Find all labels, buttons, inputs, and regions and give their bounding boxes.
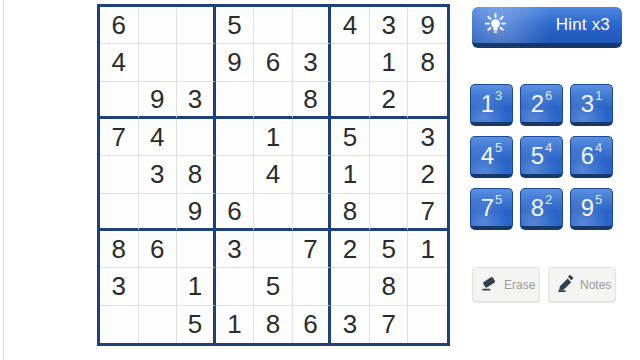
cell-r9c6[interactable]: 6 [293, 306, 332, 343]
notes-button[interactable]: Notes [548, 267, 616, 302]
hint-button[interactable]: Hint x3 [472, 7, 622, 48]
erase-button[interactable]: Erase [472, 267, 540, 302]
cell-r1c8[interactable]: 3 [370, 7, 409, 44]
cell-r2c5[interactable]: 6 [254, 44, 293, 81]
numpad-button-8[interactable]: 82 [520, 188, 563, 230]
numpad-digit: 8 [531, 196, 544, 220]
numpad-button-5[interactable]: 54 [520, 136, 563, 178]
numpad-remaining-count: 5 [595, 193, 602, 206]
cell-r5c3[interactable]: 8 [177, 156, 216, 193]
cell-r8c6[interactable] [293, 268, 332, 305]
cell-r6c9[interactable]: 7 [408, 194, 447, 231]
cell-r9c3[interactable]: 5 [177, 306, 216, 343]
cell-r4c6[interactable] [293, 119, 332, 156]
cell-r5c9[interactable]: 2 [408, 156, 447, 193]
numpad-button-1[interactable]: 13 [470, 84, 513, 126]
tool-buttons: Erase Notes [472, 267, 616, 302]
cell-r3c4[interactable] [216, 82, 255, 119]
cell-r3c3[interactable]: 3 [177, 82, 216, 119]
cell-r7c2[interactable]: 6 [139, 231, 178, 268]
numpad-digit: 9 [581, 196, 594, 220]
cell-r2c2[interactable] [139, 44, 178, 81]
pencil-icon [556, 275, 575, 294]
cell-r2c8[interactable]: 1 [370, 44, 409, 81]
numpad-button-2[interactable]: 26 [520, 84, 563, 126]
sudoku-board: 6543949631893827415338412968786372513158… [97, 4, 450, 346]
numpad-button-3[interactable]: 31 [570, 84, 613, 126]
cell-r6c2[interactable] [139, 194, 178, 231]
numpad-remaining-count: 2 [545, 193, 552, 206]
cell-r6c1[interactable] [100, 194, 139, 231]
cell-r5c4[interactable] [216, 156, 255, 193]
cell-r7c5[interactable] [254, 231, 293, 268]
cell-r7c8[interactable]: 5 [370, 231, 409, 268]
cell-r2c1[interactable]: 4 [100, 44, 139, 81]
cell-r5c6[interactable] [293, 156, 332, 193]
cell-r7c7[interactable]: 2 [331, 231, 370, 268]
cell-r3c5[interactable] [254, 82, 293, 119]
eraser-icon [480, 275, 499, 294]
numpad-digit: 1 [481, 92, 494, 116]
numpad-digit: 5 [531, 144, 544, 168]
cell-r7c6[interactable]: 7 [293, 231, 332, 268]
cell-r9c7[interactable]: 3 [331, 306, 370, 343]
cell-r6c4[interactable]: 6 [216, 194, 255, 231]
numpad-button-4[interactable]: 45 [470, 136, 513, 178]
numpad-button-7[interactable]: 75 [470, 188, 513, 230]
cell-r4c5[interactable]: 1 [254, 119, 293, 156]
cell-r2c4[interactable]: 9 [216, 44, 255, 81]
cell-r8c3[interactable]: 1 [177, 268, 216, 305]
numpad-digit: 7 [481, 196, 494, 220]
cell-r5c1[interactable] [100, 156, 139, 193]
hint-label: Hint x3 [556, 15, 610, 35]
cell-r6c3[interactable]: 9 [177, 194, 216, 231]
window-edge-line [3, 0, 4, 360]
numpad-button-9[interactable]: 95 [570, 188, 613, 230]
cell-r8c8[interactable]: 8 [370, 268, 409, 305]
numpad-digit: 3 [581, 92, 594, 116]
numpad: 13 26 31 45 54 64 75 82 95 [470, 84, 613, 230]
cell-r5c7[interactable]: 1 [331, 156, 370, 193]
cell-r9c8[interactable]: 7 [370, 306, 409, 343]
cell-r8c5[interactable]: 5 [254, 268, 293, 305]
numpad-button-6[interactable]: 64 [570, 136, 613, 178]
cell-r9c4[interactable]: 1 [216, 306, 255, 343]
cell-r1c7[interactable]: 4 [331, 7, 370, 44]
cell-r3c2[interactable]: 9 [139, 82, 178, 119]
cell-r4c2[interactable]: 4 [139, 119, 178, 156]
cell-r3c6[interactable]: 8 [293, 82, 332, 119]
numpad-remaining-count: 6 [545, 89, 552, 102]
cell-r7c3[interactable] [177, 231, 216, 268]
cell-r1c1[interactable]: 6 [100, 7, 139, 44]
cell-r5c5[interactable]: 4 [254, 156, 293, 193]
lightbulb-icon [484, 13, 507, 38]
numpad-digit: 2 [531, 92, 544, 116]
cell-r2c7[interactable] [331, 44, 370, 81]
cell-r5c2[interactable]: 3 [139, 156, 178, 193]
cell-r6c5[interactable] [254, 194, 293, 231]
numpad-remaining-count: 4 [545, 141, 552, 154]
cell-r5c8[interactable] [370, 156, 409, 193]
cell-r3c9[interactable] [408, 82, 447, 119]
cell-r4c1[interactable]: 7 [100, 119, 139, 156]
cell-r8c7[interactable] [331, 268, 370, 305]
cell-r8c9[interactable] [408, 268, 447, 305]
cell-r2c3[interactable] [177, 44, 216, 81]
cell-r8c4[interactable] [216, 268, 255, 305]
cell-r1c4[interactable]: 5 [216, 7, 255, 44]
numpad-remaining-count: 4 [595, 141, 602, 154]
cell-r1c5[interactable] [254, 7, 293, 44]
numpad-remaining-count: 1 [595, 89, 602, 102]
cell-r7c1[interactable]: 8 [100, 231, 139, 268]
cell-r8c1[interactable]: 3 [100, 268, 139, 305]
cell-r7c9[interactable]: 1 [408, 231, 447, 268]
cell-r4c4[interactable] [216, 119, 255, 156]
cell-r1c9[interactable]: 9 [408, 7, 447, 44]
cell-r3c1[interactable] [100, 82, 139, 119]
numpad-digit: 6 [581, 144, 594, 168]
numpad-digit: 4 [481, 144, 494, 168]
erase-label: Erase [504, 278, 535, 292]
cell-r2c9[interactable]: 8 [408, 44, 447, 81]
cell-r6c6[interactable] [293, 194, 332, 231]
cell-r9c2[interactable] [139, 306, 178, 343]
cell-r3c8[interactable]: 2 [370, 82, 409, 119]
cell-r7c4[interactable]: 3 [216, 231, 255, 268]
cell-r8c2[interactable] [139, 268, 178, 305]
cell-r3c7[interactable] [331, 82, 370, 119]
cell-r9c1[interactable] [100, 306, 139, 343]
numpad-remaining-count: 3 [495, 89, 502, 102]
cell-r4c9[interactable]: 3 [408, 119, 447, 156]
cell-r4c3[interactable] [177, 119, 216, 156]
notes-label: Notes [580, 278, 611, 292]
cell-r2c6[interactable]: 3 [293, 44, 332, 81]
cell-r9c5[interactable]: 8 [254, 306, 293, 343]
cell-r1c6[interactable] [293, 7, 332, 44]
numpad-remaining-count: 5 [495, 193, 502, 206]
cell-r1c3[interactable] [177, 7, 216, 44]
numpad-remaining-count: 5 [495, 141, 502, 154]
cell-r9c9[interactable] [408, 306, 447, 343]
cell-r4c7[interactable]: 5 [331, 119, 370, 156]
cell-r6c7[interactable]: 8 [331, 194, 370, 231]
cell-r4c8[interactable] [370, 119, 409, 156]
cell-r1c2[interactable] [139, 7, 178, 44]
cell-r6c8[interactable] [370, 194, 409, 231]
